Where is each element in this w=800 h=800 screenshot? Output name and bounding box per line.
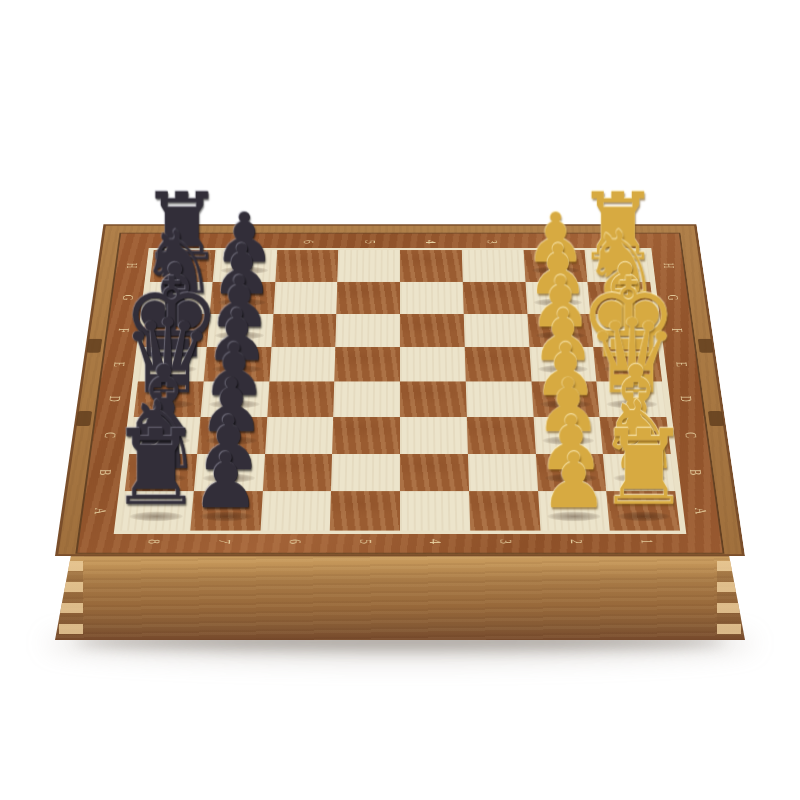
finger-joint-left <box>59 561 83 636</box>
square-d7 <box>200 381 269 416</box>
rank-label-bottom-5: 5 <box>354 535 376 547</box>
square-e6 <box>269 347 336 381</box>
square-b1 <box>603 454 675 492</box>
square-e2 <box>529 347 597 381</box>
rank-label-top-7: 7 <box>237 237 257 246</box>
square-g3 <box>463 282 527 314</box>
square-a4 <box>400 491 470 530</box>
square-g8 <box>146 282 212 314</box>
finger-joint-right <box>717 561 741 636</box>
board-3d-scene: HHGGFFEEDDCCBBAA8877665544332211 ♜♞♝♛♚♝♞… <box>55 224 745 556</box>
square-c3 <box>467 417 536 454</box>
square-h7 <box>212 250 276 281</box>
square-b7 <box>194 454 265 492</box>
rank-label-bottom-7: 7 <box>213 535 236 547</box>
rank-label-bottom-6: 6 <box>283 535 305 547</box>
square-b2 <box>535 454 606 492</box>
square-h4 <box>400 250 463 281</box>
square-b3 <box>468 454 538 492</box>
square-a6 <box>260 491 331 530</box>
square-f7 <box>207 314 273 347</box>
file-label-right-d: D <box>675 394 697 405</box>
square-g7 <box>210 282 275 314</box>
chess-board: HHGGFFEEDDCCBBAA8877665544332211 <box>77 233 722 552</box>
rim-notch <box>708 411 724 426</box>
square-f8 <box>142 314 209 347</box>
square-c4 <box>400 417 468 454</box>
square-f6 <box>271 314 336 347</box>
file-label-left-d: D <box>103 394 125 405</box>
square-a7 <box>190 491 262 530</box>
rank-label-top-8: 8 <box>175 237 195 246</box>
square-b4 <box>400 454 469 492</box>
file-label-right-f: F <box>666 325 687 335</box>
square-h6 <box>275 250 338 281</box>
box-front-face <box>55 552 745 640</box>
square-d4 <box>400 381 467 416</box>
rank-label-bottom-1: 1 <box>635 535 658 547</box>
product-photo-stage: HHGGFFEEDDCCBBAA8877665544332211 ♜♞♝♛♚♝♞… <box>0 0 800 800</box>
square-h2 <box>523 250 587 281</box>
square-f1 <box>590 314 657 347</box>
rank-label-top-3: 3 <box>482 237 501 246</box>
square-e1 <box>593 347 662 381</box>
square-f3 <box>463 314 528 347</box>
file-label-right-g: G <box>662 293 683 303</box>
square-a8 <box>120 491 194 530</box>
square-c7 <box>197 417 267 454</box>
square-b8 <box>125 454 197 492</box>
file-label-left-g: G <box>117 293 138 303</box>
square-e5 <box>334 347 400 381</box>
file-label-right-h: H <box>658 261 679 270</box>
square-e8 <box>138 347 207 381</box>
rank-label-top-2: 2 <box>543 237 563 246</box>
file-label-right-c: C <box>679 430 701 441</box>
square-h3 <box>462 250 525 281</box>
square-g5 <box>337 282 400 314</box>
file-label-right-a: A <box>689 505 712 517</box>
file-label-right-e: E <box>670 359 692 369</box>
square-d5 <box>333 381 400 416</box>
rank-label-top-6: 6 <box>298 237 317 246</box>
rim-notch <box>76 411 92 426</box>
square-a5 <box>330 491 400 530</box>
square-c6 <box>265 417 334 454</box>
square-d1 <box>597 381 667 416</box>
square-e3 <box>464 347 531 381</box>
square-d3 <box>466 381 534 416</box>
file-label-left-f: F <box>113 325 134 335</box>
square-f2 <box>527 314 593 347</box>
rank-label-bottom-2: 2 <box>564 535 587 547</box>
square-g6 <box>273 282 337 314</box>
square-a2 <box>538 491 610 530</box>
square-e7 <box>203 347 271 381</box>
square-c5 <box>332 417 400 454</box>
square-c8 <box>129 417 200 454</box>
square-h8 <box>150 250 215 281</box>
square-c2 <box>533 417 603 454</box>
rank-label-top-5: 5 <box>360 237 379 246</box>
checker-grid <box>114 248 687 534</box>
square-c1 <box>600 417 671 454</box>
file-label-left-c: C <box>98 430 120 441</box>
square-h5 <box>337 250 400 281</box>
square-b6 <box>262 454 332 492</box>
rim-notch <box>87 339 103 353</box>
square-d8 <box>134 381 204 416</box>
rank-label-bottom-4: 4 <box>424 535 446 547</box>
square-a1 <box>606 491 680 530</box>
square-f5 <box>336 314 400 347</box>
square-g1 <box>588 282 654 314</box>
square-d6 <box>267 381 335 416</box>
rank-label-bottom-8: 8 <box>142 535 165 547</box>
square-g2 <box>525 282 590 314</box>
file-label-left-b: B <box>93 467 116 478</box>
file-label-left-e: E <box>108 359 130 369</box>
square-b5 <box>331 454 400 492</box>
square-e4 <box>400 347 466 381</box>
file-label-left-h: H <box>121 261 142 270</box>
square-a3 <box>469 491 540 530</box>
file-label-left-a: A <box>88 505 111 517</box>
rank-label-bottom-3: 3 <box>494 535 516 547</box>
square-d2 <box>531 381 600 416</box>
file-label-right-b: B <box>684 467 707 478</box>
square-f4 <box>400 314 464 347</box>
rank-label-top-4: 4 <box>421 237 440 246</box>
rim-notch <box>698 339 714 353</box>
square-h1 <box>585 250 650 281</box>
square-g4 <box>400 282 463 314</box>
rank-label-top-1: 1 <box>605 237 625 246</box>
